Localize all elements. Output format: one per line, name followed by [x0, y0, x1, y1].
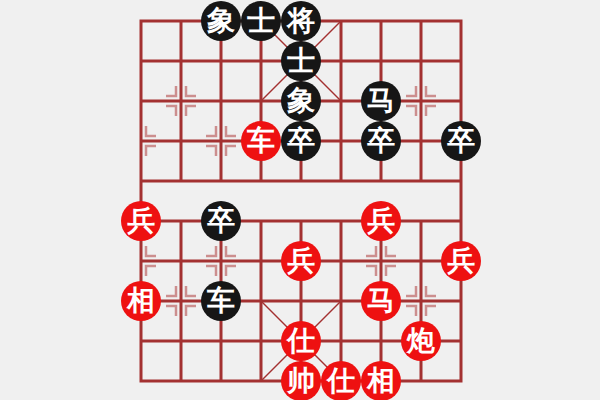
black-general-piece[interactable]: 将	[281, 1, 321, 41]
red-soldier-piece[interactable]: 兵	[121, 201, 161, 241]
black-elephant-piece[interactable]: 象	[201, 1, 241, 41]
red-cannon-piece[interactable]: 炮	[401, 321, 441, 361]
black-chariot-piece[interactable]: 车	[201, 281, 241, 321]
black-soldier-piece[interactable]: 卒	[361, 121, 401, 161]
red-horse-piece[interactable]: 马	[361, 281, 401, 321]
xiangqi-board: 象士将士象马卒卒卒卒车车兵兵兵兵相马仕炮帅仕相	[0, 0, 600, 400]
piece-layer: 象士将士象马卒卒卒卒车车兵兵兵兵相马仕炮帅仕相	[121, 1, 481, 400]
red-advisor-piece[interactable]: 仕	[321, 361, 361, 400]
red-soldier-piece[interactable]: 兵	[441, 241, 481, 281]
red-soldier-piece[interactable]: 兵	[281, 241, 321, 281]
red-elephant-piece[interactable]: 相	[121, 281, 161, 321]
black-advisor-piece[interactable]: 士	[241, 1, 281, 41]
black-horse-piece[interactable]: 马	[361, 81, 401, 121]
red-chariot-piece[interactable]: 车	[241, 121, 281, 161]
red-elephant-piece[interactable]: 相	[361, 361, 401, 400]
black-soldier-piece[interactable]: 卒	[281, 121, 321, 161]
black-elephant-piece[interactable]: 象	[281, 81, 321, 121]
black-soldier-piece[interactable]: 卒	[441, 121, 481, 161]
black-advisor-piece[interactable]: 士	[281, 41, 321, 81]
red-soldier-piece[interactable]: 兵	[361, 201, 401, 241]
red-advisor-piece[interactable]: 仕	[281, 321, 321, 361]
red-general-piece[interactable]: 帅	[281, 361, 321, 400]
black-soldier-piece[interactable]: 卒	[201, 201, 241, 241]
